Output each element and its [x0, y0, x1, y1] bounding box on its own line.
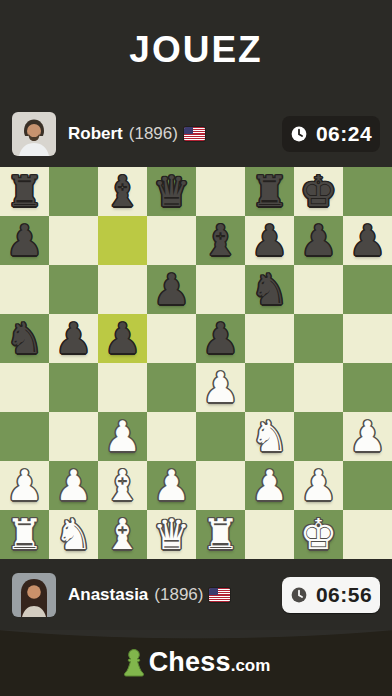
square-e7[interactable]: ♝	[196, 216, 245, 265]
square-a4[interactable]	[0, 363, 49, 412]
square-a3[interactable]	[0, 412, 49, 461]
square-b2[interactable]: ♟	[49, 461, 98, 510]
square-d8[interactable]: ♛	[147, 167, 196, 216]
piece-black-rook[interactable]: ♜	[251, 167, 289, 216]
header: JOUEZ	[0, 0, 392, 100]
square-f1[interactable]	[245, 510, 294, 559]
piece-white-knight[interactable]: ♞	[251, 412, 289, 461]
square-f8[interactable]: ♜	[245, 167, 294, 216]
square-c2[interactable]: ♝	[98, 461, 147, 510]
piece-black-pawn[interactable]: ♟	[202, 314, 240, 363]
piece-white-knight[interactable]: ♞	[55, 510, 93, 559]
piece-black-pawn[interactable]: ♟	[153, 265, 191, 314]
piece-black-pawn[interactable]: ♟	[55, 314, 93, 363]
square-f4[interactable]	[245, 363, 294, 412]
top-player-clock: 06:24	[282, 116, 380, 152]
top-player-name: Robert	[68, 124, 123, 144]
square-a6[interactable]	[0, 265, 49, 314]
square-e6[interactable]	[196, 265, 245, 314]
square-c7[interactable]	[98, 216, 147, 265]
square-h8[interactable]	[343, 167, 392, 216]
square-c5[interactable]: ♟	[98, 314, 147, 363]
square-h3[interactable]: ♟	[343, 412, 392, 461]
piece-white-pawn[interactable]: ♟	[55, 461, 93, 510]
square-e3[interactable]	[196, 412, 245, 461]
square-f3[interactable]: ♞	[245, 412, 294, 461]
square-a1[interactable]: ♜	[0, 510, 49, 559]
square-g4[interactable]	[294, 363, 343, 412]
square-g6[interactable]	[294, 265, 343, 314]
square-f6[interactable]: ♞	[245, 265, 294, 314]
clock-icon	[290, 586, 308, 604]
square-f7[interactable]: ♟	[245, 216, 294, 265]
logo-text: Chess	[149, 647, 231, 678]
square-g1[interactable]: ♚	[294, 510, 343, 559]
square-a5[interactable]: ♞	[0, 314, 49, 363]
square-e1[interactable]: ♜	[196, 510, 245, 559]
square-b1[interactable]: ♞	[49, 510, 98, 559]
piece-black-rook[interactable]: ♜	[6, 167, 44, 216]
square-d2[interactable]: ♟	[147, 461, 196, 510]
square-g3[interactable]	[294, 412, 343, 461]
top-player-info: Robert (1896)	[68, 124, 282, 144]
piece-black-queen[interactable]: ♛	[153, 167, 191, 216]
square-a2[interactable]: ♟	[0, 461, 49, 510]
square-c1[interactable]: ♝	[98, 510, 147, 559]
bottom-player-clock: 06:56	[282, 577, 380, 613]
square-c3[interactable]: ♟	[98, 412, 147, 461]
square-d3[interactable]	[147, 412, 196, 461]
bottom-player-info: Anastasia (1896)	[68, 585, 282, 605]
piece-white-pawn[interactable]: ♟	[251, 461, 289, 510]
square-b6[interactable]	[49, 265, 98, 314]
square-g7[interactable]: ♟	[294, 216, 343, 265]
top-player-bar: Robert (1896) 06:24	[0, 100, 392, 167]
square-a7[interactable]: ♟	[0, 216, 49, 265]
clock-icon	[290, 125, 308, 143]
piece-white-pawn[interactable]: ♟	[104, 412, 142, 461]
piece-white-rook[interactable]: ♜	[6, 510, 44, 559]
piece-white-queen[interactable]: ♛	[153, 510, 191, 559]
square-g2[interactable]: ♟	[294, 461, 343, 510]
square-d1[interactable]: ♛	[147, 510, 196, 559]
square-h1[interactable]	[343, 510, 392, 559]
square-d4[interactable]	[147, 363, 196, 412]
top-clock-time: 06:24	[316, 122, 372, 146]
square-b7[interactable]	[49, 216, 98, 265]
woman-avatar-icon	[12, 573, 56, 617]
square-h5[interactable]	[343, 314, 392, 363]
square-c6[interactable]	[98, 265, 147, 314]
bottom-player-avatar[interactable]	[12, 573, 56, 617]
logo-suffix: .com	[231, 656, 271, 676]
square-a8[interactable]: ♜	[0, 167, 49, 216]
square-h6[interactable]	[343, 265, 392, 314]
piece-white-pawn[interactable]: ♟	[153, 461, 191, 510]
piece-black-bishop[interactable]: ♝	[104, 167, 142, 216]
piece-white-pawn[interactable]: ♟	[202, 363, 240, 412]
square-b5[interactable]: ♟	[49, 314, 98, 363]
piece-black-knight[interactable]: ♞	[6, 314, 44, 363]
square-b8[interactable]	[49, 167, 98, 216]
piece-white-king[interactable]: ♚	[300, 510, 338, 559]
square-e8[interactable]	[196, 167, 245, 216]
square-b3[interactable]	[49, 412, 98, 461]
square-d7[interactable]	[147, 216, 196, 265]
piece-black-knight[interactable]: ♞	[251, 265, 289, 314]
bottom-player-name: Anastasia	[68, 585, 148, 605]
square-e2[interactable]	[196, 461, 245, 510]
us-flag-icon	[209, 588, 230, 602]
piece-white-pawn[interactable]: ♟	[6, 461, 44, 510]
chess-board: ♜♝♛♜♚♟♝♟♟♟♟♞♞♟♟♟♟♟♞♟♟♟♝♟♟♟♜♞♝♛♜♚	[0, 167, 392, 559]
square-g8[interactable]: ♚	[294, 167, 343, 216]
piece-black-pawn[interactable]: ♟	[300, 216, 338, 265]
square-f5[interactable]	[245, 314, 294, 363]
piece-white-pawn[interactable]: ♟	[300, 461, 338, 510]
green-pawn-icon	[122, 647, 146, 679]
piece-white-pawn[interactable]: ♟	[349, 412, 387, 461]
square-h4[interactable]	[343, 363, 392, 412]
square-d5[interactable]	[147, 314, 196, 363]
square-e4[interactable]: ♟	[196, 363, 245, 412]
piece-white-bishop[interactable]: ♝	[104, 461, 142, 510]
man-avatar-icon	[12, 112, 56, 156]
square-e5[interactable]: ♟	[196, 314, 245, 363]
piece-black-pawn[interactable]: ♟	[349, 216, 387, 265]
chesscom-logo: Chess .com	[122, 647, 271, 679]
piece-white-rook[interactable]: ♜	[202, 510, 240, 559]
piece-white-bishop[interactable]: ♝	[104, 510, 142, 559]
top-player-rating: (1896)	[129, 124, 178, 144]
bottom-player-bar: Anastasia (1896) 06:56	[0, 559, 392, 630]
square-g5[interactable]	[294, 314, 343, 363]
piece-black-pawn[interactable]: ♟	[251, 216, 289, 265]
square-h7[interactable]: ♟	[343, 216, 392, 265]
bottom-clock-time: 06:56	[316, 583, 372, 607]
piece-black-bishop[interactable]: ♝	[202, 216, 240, 265]
top-player-avatar[interactable]	[12, 112, 56, 156]
square-c8[interactable]: ♝	[98, 167, 147, 216]
square-f2[interactable]: ♟	[245, 461, 294, 510]
square-c4[interactable]	[98, 363, 147, 412]
footer: Chess .com	[0, 630, 392, 696]
square-b4[interactable]	[49, 363, 98, 412]
app-window: JOUEZ Robert (1896) 06:24 ♜♝♛♜♚♟♝♟♟	[0, 0, 392, 696]
bottom-player-rating: (1896)	[154, 585, 203, 605]
us-flag-icon	[184, 127, 205, 141]
piece-black-pawn[interactable]: ♟	[104, 314, 142, 363]
page-title: JOUEZ	[129, 29, 262, 71]
square-d6[interactable]: ♟	[147, 265, 196, 314]
piece-black-king[interactable]: ♚	[300, 167, 338, 216]
square-h2[interactable]	[343, 461, 392, 510]
piece-black-pawn[interactable]: ♟	[6, 216, 44, 265]
